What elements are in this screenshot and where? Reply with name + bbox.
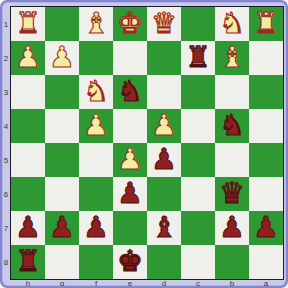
square-c7[interactable] [181,211,215,245]
square-c4[interactable] [181,109,215,143]
square-h2[interactable]: ♟ [11,41,45,75]
square-e8[interactable]: ♚ [113,245,147,279]
square-b4[interactable]: ♞ [215,109,249,143]
rank-label-7: 7 [2,211,10,245]
square-a4[interactable] [249,109,283,143]
square-h8[interactable]: ♜ [11,245,45,279]
square-c5[interactable] [181,143,215,177]
rank-label-6: 6 [2,177,10,211]
square-e1[interactable]: ♚ [113,7,147,41]
white-pawn[interactable]: ♟ [151,109,177,142]
square-f5[interactable] [79,143,113,177]
square-d3[interactable] [147,75,181,109]
white-knight[interactable]: ♞ [219,7,245,40]
square-c8[interactable] [181,245,215,279]
square-h4[interactable] [11,109,45,143]
rank-label-8: 8 [2,245,10,279]
square-b5[interactable] [215,143,249,177]
square-f1[interactable]: ♝ [79,7,113,41]
file-label-c: c [181,279,215,288]
black-pawn[interactable]: ♟ [15,211,41,244]
square-g5[interactable] [45,143,79,177]
square-g7[interactable]: ♟ [45,211,79,245]
black-rook[interactable]: ♜ [185,41,211,74]
file-label-d: d [147,279,181,288]
square-e7[interactable] [113,211,147,245]
square-d5[interactable]: ♟ [147,143,181,177]
white-rook[interactable]: ♜ [253,7,279,40]
file-labels: hgfedcba [11,279,283,288]
square-h3[interactable] [11,75,45,109]
square-f7[interactable]: ♟ [79,211,113,245]
square-b7[interactable]: ♟ [215,211,249,245]
square-d4[interactable]: ♟ [147,109,181,143]
rank-label-2: 2 [2,41,10,75]
black-pawn[interactable]: ♟ [151,143,177,176]
file-label-g: g [45,279,79,288]
white-pawn[interactable]: ♟ [83,109,109,142]
square-h7[interactable]: ♟ [11,211,45,245]
app-frame: 12345678 hgfedcba ♜♝♚♛♞♜♟♟♜♝♞♞♟♟♞♟♟♟♛♟♟♟… [0,0,288,288]
white-rook[interactable]: ♜ [15,7,41,40]
file-label-h: h [11,279,45,288]
square-a6[interactable] [249,177,283,211]
rank-label-1: 1 [2,7,10,41]
square-f4[interactable]: ♟ [79,109,113,143]
square-g1[interactable] [45,7,79,41]
square-e6[interactable]: ♟ [113,177,147,211]
black-pawn[interactable]: ♟ [83,211,109,244]
white-pawn[interactable]: ♟ [15,41,41,74]
black-queen[interactable]: ♛ [219,177,245,210]
white-king[interactable]: ♚ [117,7,143,40]
black-rook[interactable]: ♜ [15,245,41,278]
black-pawn[interactable]: ♟ [253,211,279,244]
square-a1[interactable]: ♜ [249,7,283,41]
square-b3[interactable] [215,75,249,109]
square-c6[interactable] [181,177,215,211]
rank-labels: 12345678 [2,7,10,279]
square-c3[interactable] [181,75,215,109]
white-bishop[interactable]: ♝ [219,41,245,74]
square-d2[interactable] [147,41,181,75]
square-c2[interactable]: ♜ [181,41,215,75]
black-pawn[interactable]: ♟ [49,211,75,244]
square-d7[interactable]: ♝ [147,211,181,245]
rank-label-3: 3 [2,75,10,109]
white-pawn[interactable]: ♟ [117,143,143,176]
square-a8[interactable] [249,245,283,279]
square-f8[interactable] [79,245,113,279]
black-pawn[interactable]: ♟ [117,177,143,210]
white-bishop[interactable]: ♝ [83,7,109,40]
square-h1[interactable]: ♜ [11,7,45,41]
square-f2[interactable] [79,41,113,75]
file-label-b: b [215,279,249,288]
square-e5[interactable]: ♟ [113,143,147,177]
rank-label-5: 5 [2,143,10,177]
square-f6[interactable] [79,177,113,211]
rank-label-4: 4 [2,109,10,143]
square-b2[interactable]: ♝ [215,41,249,75]
square-e4[interactable] [113,109,147,143]
square-e2[interactable] [113,41,147,75]
square-a3[interactable] [249,75,283,109]
file-label-a: a [249,279,283,288]
black-pawn[interactable]: ♟ [219,211,245,244]
white-knight[interactable]: ♞ [83,75,109,108]
file-label-e: e [113,279,147,288]
square-h5[interactable] [11,143,45,177]
square-d6[interactable] [147,177,181,211]
square-g4[interactable] [45,109,79,143]
square-b1[interactable]: ♞ [215,7,249,41]
square-a7[interactable]: ♟ [249,211,283,245]
square-d8[interactable] [147,245,181,279]
square-a5[interactable] [249,143,283,177]
square-g3[interactable] [45,75,79,109]
square-g6[interactable] [45,177,79,211]
square-h6[interactable] [11,177,45,211]
black-bishop[interactable]: ♝ [151,211,177,244]
file-label-f: f [79,279,113,288]
square-e3[interactable]: ♞ [113,75,147,109]
square-f3[interactable]: ♞ [79,75,113,109]
square-d1[interactable]: ♛ [147,7,181,41]
chess-board: ♜♝♚♛♞♜♟♟♜♝♞♞♟♟♞♟♟♟♛♟♟♟♝♟♟♜♚ [10,6,284,280]
square-g2[interactable]: ♟ [45,41,79,75]
black-knight[interactable]: ♞ [219,109,245,142]
square-g8[interactable] [45,245,79,279]
black-knight[interactable]: ♞ [117,75,143,108]
square-a2[interactable] [249,41,283,75]
black-king[interactable]: ♚ [117,245,143,278]
white-pawn[interactable]: ♟ [49,41,75,74]
square-b6[interactable]: ♛ [215,177,249,211]
white-queen[interactable]: ♛ [151,7,177,40]
square-b8[interactable] [215,245,249,279]
square-c1[interactable] [181,7,215,41]
